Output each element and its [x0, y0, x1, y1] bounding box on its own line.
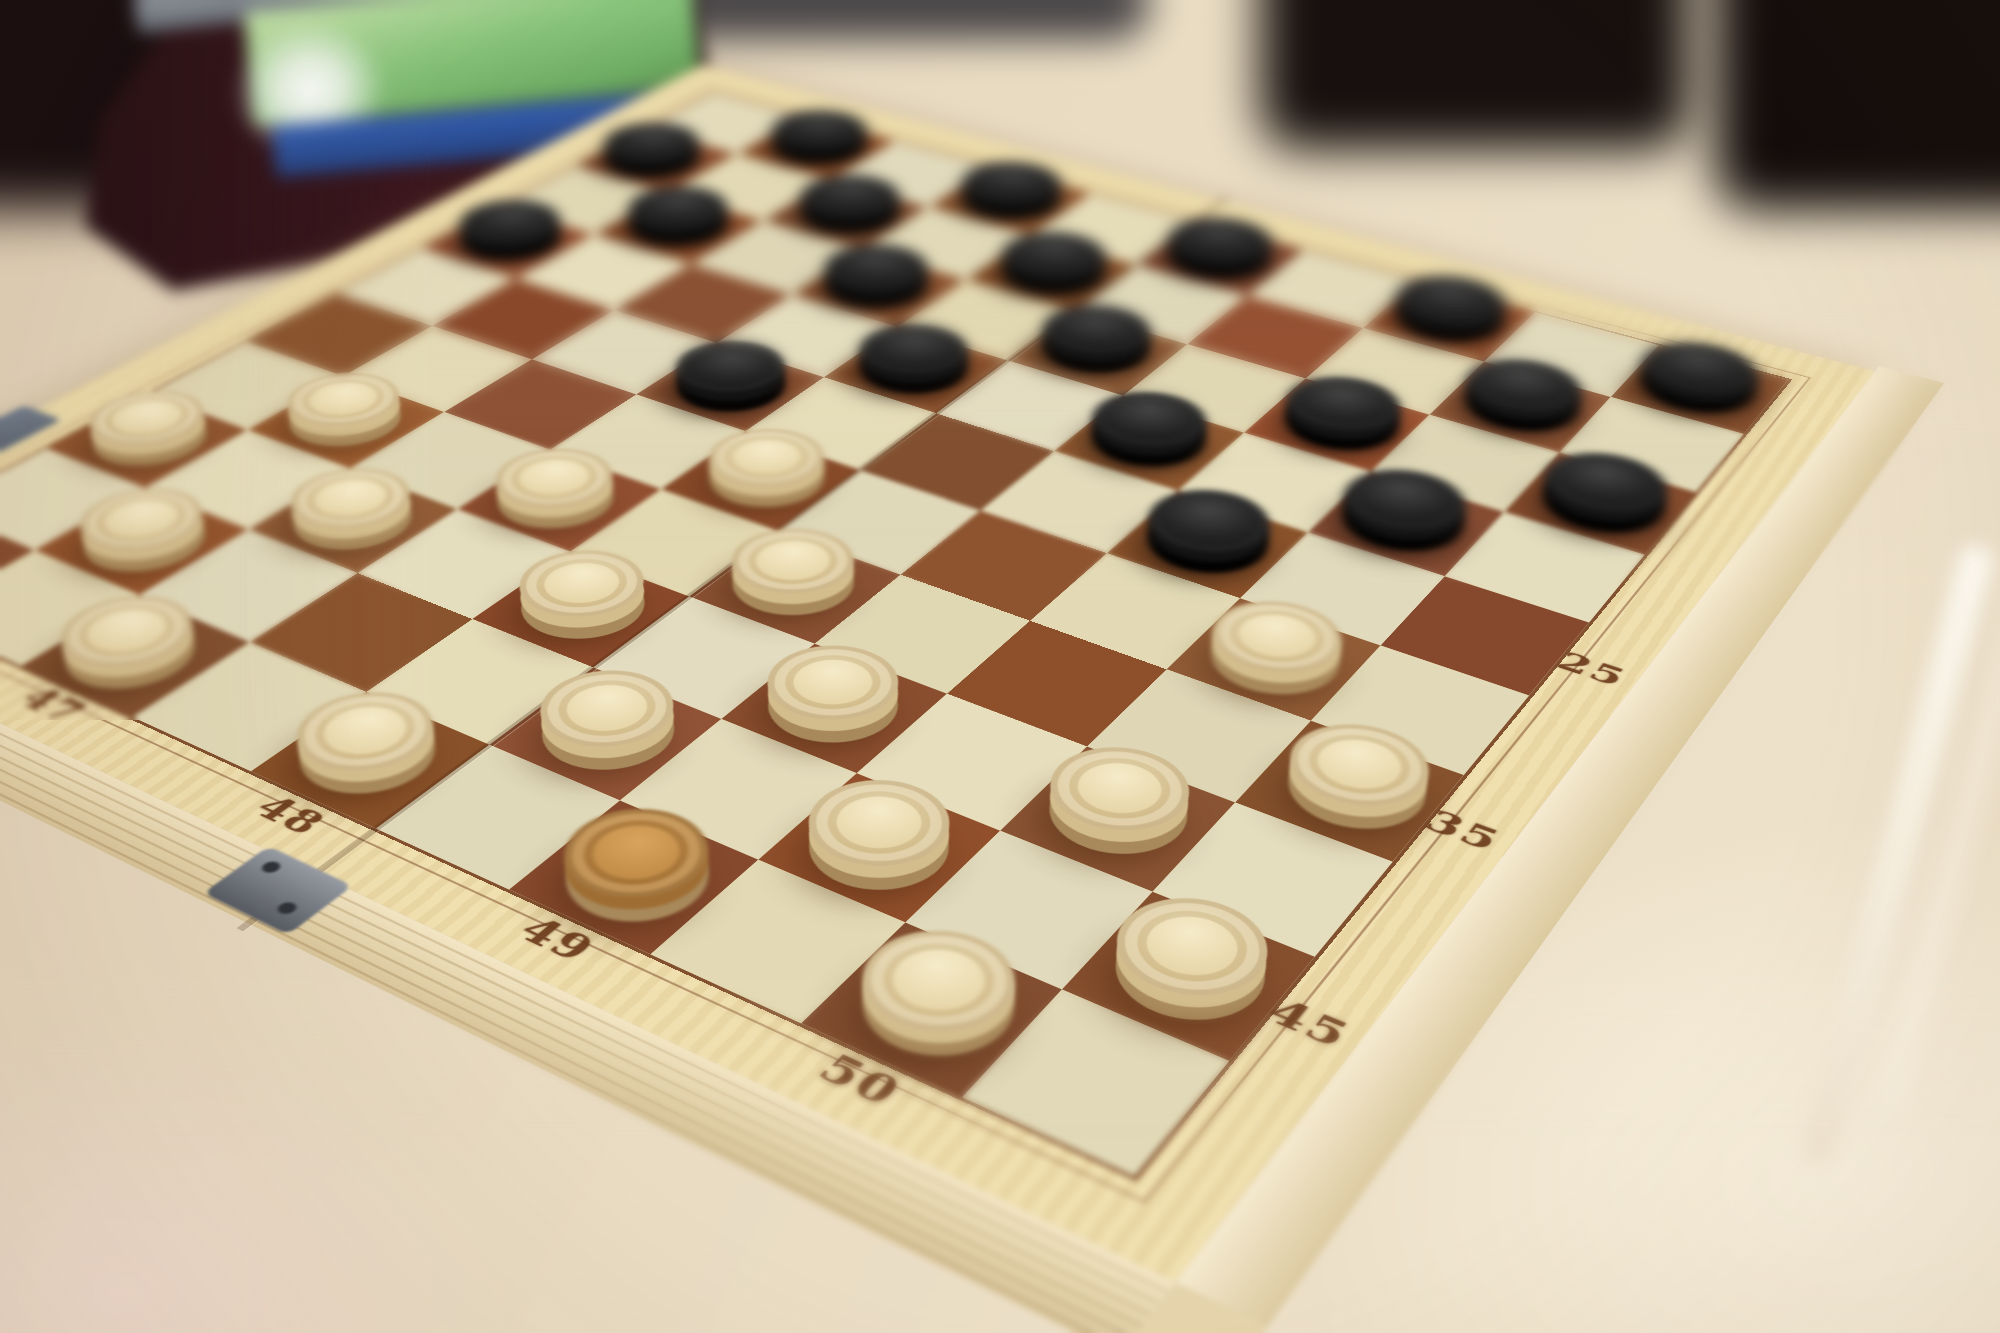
white-man-33	[708, 540, 877, 630]
black-man-10	[1448, 371, 1593, 444]
black-man-20	[1323, 481, 1480, 565]
black-man-24	[1127, 501, 1288, 587]
black-man-19	[1072, 404, 1224, 480]
black-man-11	[611, 199, 746, 256]
black-man-4	[1380, 288, 1518, 353]
background-dark-object-right-1	[1260, 0, 1690, 150]
photo-scene: 4647484950253545	[0, 0, 2000, 1333]
piece-top	[269, 678, 461, 786]
black-man-13	[1024, 317, 1168, 384]
white-man-40	[1024, 757, 1212, 873]
background-dark-object-right-2	[1715, 0, 2000, 210]
